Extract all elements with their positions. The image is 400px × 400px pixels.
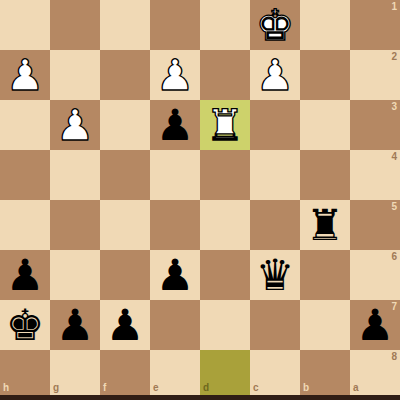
square-f5[interactable]: [100, 200, 150, 250]
square-f2[interactable]: [100, 50, 150, 100]
square-d8[interactable]: d: [200, 350, 250, 400]
rank-label-1: 1: [391, 2, 397, 12]
square-c3[interactable]: [250, 100, 300, 150]
square-h6[interactable]: ♟: [0, 250, 50, 300]
black-pawn-icon[interactable]: ♟: [56, 300, 95, 350]
square-c6[interactable]: ♛: [250, 250, 300, 300]
square-b6[interactable]: [300, 250, 350, 300]
square-h5[interactable]: [0, 200, 50, 250]
black-rook-icon[interactable]: ♜: [306, 200, 345, 250]
white-rook-icon[interactable]: ♜: [206, 100, 245, 150]
rank-label-8: 8: [391, 352, 397, 362]
square-h7[interactable]: ♚: [0, 300, 50, 350]
square-c4[interactable]: [250, 150, 300, 200]
black-pawn-icon[interactable]: ♟: [106, 300, 145, 350]
square-d7[interactable]: [200, 300, 250, 350]
square-a5[interactable]: 5: [350, 200, 400, 250]
square-g2[interactable]: [50, 50, 100, 100]
square-g6[interactable]: [50, 250, 100, 300]
file-label-e: e: [153, 383, 159, 393]
square-e1[interactable]: [150, 0, 200, 50]
black-queen-icon[interactable]: ♛: [256, 250, 295, 300]
square-h1[interactable]: [0, 0, 50, 50]
black-pawn-icon[interactable]: ♟: [6, 250, 45, 300]
square-f4[interactable]: [100, 150, 150, 200]
rank-label-4: 4: [391, 152, 397, 162]
square-a7[interactable]: ♟7: [350, 300, 400, 350]
square-e3[interactable]: ♟: [150, 100, 200, 150]
square-g1[interactable]: [50, 0, 100, 50]
file-label-b: b: [303, 383, 309, 393]
black-pawn-icon[interactable]: ♟: [156, 100, 195, 150]
black-king-icon[interactable]: ♚: [6, 300, 45, 350]
file-label-f: f: [103, 383, 106, 393]
square-f3[interactable]: [100, 100, 150, 150]
square-e6[interactable]: ♟: [150, 250, 200, 300]
square-a3[interactable]: 3: [350, 100, 400, 150]
black-pawn-icon[interactable]: ♟: [356, 300, 395, 350]
white-pawn-icon[interactable]: ♟: [56, 100, 95, 150]
square-e4[interactable]: [150, 150, 200, 200]
file-label-c: c: [253, 383, 259, 393]
square-c2[interactable]: ♟: [250, 50, 300, 100]
square-g3[interactable]: ♟: [50, 100, 100, 150]
rank-label-6: 6: [391, 252, 397, 262]
square-a8[interactable]: 8a: [350, 350, 400, 400]
file-label-h: h: [3, 383, 9, 393]
square-h8[interactable]: h: [0, 350, 50, 400]
chess-board: ♚1♟♟♟2♟♟♜34♜5♟♟♛6♚♟♟♟7hgfedcb8a: [0, 0, 400, 400]
square-f6[interactable]: [100, 250, 150, 300]
square-b7[interactable]: [300, 300, 350, 350]
rank-label-7: 7: [391, 302, 397, 312]
file-label-g: g: [53, 383, 59, 393]
square-h2[interactable]: ♟: [0, 50, 50, 100]
square-b3[interactable]: [300, 100, 350, 150]
white-pawn-icon[interactable]: ♟: [256, 50, 295, 100]
rank-label-2: 2: [391, 52, 397, 62]
square-c7[interactable]: [250, 300, 300, 350]
square-d6[interactable]: [200, 250, 250, 300]
square-g8[interactable]: g: [50, 350, 100, 400]
square-b1[interactable]: [300, 0, 350, 50]
square-b8[interactable]: b: [300, 350, 350, 400]
square-c8[interactable]: c: [250, 350, 300, 400]
square-g5[interactable]: [50, 200, 100, 250]
square-c1[interactable]: ♚: [250, 0, 300, 50]
square-e7[interactable]: [150, 300, 200, 350]
square-d3[interactable]: ♜: [200, 100, 250, 150]
white-pawn-icon[interactable]: ♟: [156, 50, 195, 100]
square-g7[interactable]: ♟: [50, 300, 100, 350]
square-c5[interactable]: [250, 200, 300, 250]
square-a4[interactable]: 4: [350, 150, 400, 200]
square-b5[interactable]: ♜: [300, 200, 350, 250]
bottom-edge-bar: [0, 395, 400, 400]
square-f8[interactable]: f: [100, 350, 150, 400]
square-e8[interactable]: e: [150, 350, 200, 400]
black-pawn-icon[interactable]: ♟: [156, 250, 195, 300]
square-f7[interactable]: ♟: [100, 300, 150, 350]
file-label-a: a: [353, 383, 359, 393]
file-label-d: d: [203, 383, 209, 393]
square-a2[interactable]: 2: [350, 50, 400, 100]
square-d4[interactable]: [200, 150, 250, 200]
square-d2[interactable]: [200, 50, 250, 100]
square-d1[interactable]: [200, 0, 250, 50]
square-e2[interactable]: ♟: [150, 50, 200, 100]
white-pawn-icon[interactable]: ♟: [6, 50, 45, 100]
square-a6[interactable]: 6: [350, 250, 400, 300]
rank-label-3: 3: [391, 102, 397, 112]
white-king-icon[interactable]: ♚: [256, 0, 295, 50]
square-d5[interactable]: [200, 200, 250, 250]
square-a1[interactable]: 1: [350, 0, 400, 50]
square-h3[interactable]: [0, 100, 50, 150]
square-e5[interactable]: [150, 200, 200, 250]
square-f1[interactable]: [100, 0, 150, 50]
square-h4[interactable]: [0, 150, 50, 200]
square-g4[interactable]: [50, 150, 100, 200]
chess-app-viewport: ♚1♟♟♟2♟♟♜34♜5♟♟♛6♚♟♟♟7hgfedcb8a: [0, 0, 400, 400]
rank-label-5: 5: [391, 202, 397, 212]
square-b4[interactable]: [300, 150, 350, 200]
square-b2[interactable]: [300, 50, 350, 100]
